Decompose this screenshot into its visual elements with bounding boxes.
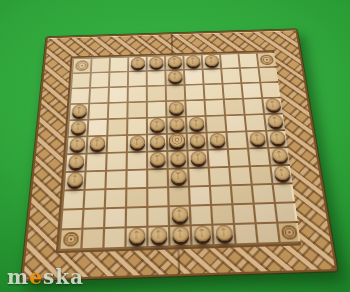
attacker-piece[interactable]: ᛏ [249,131,265,144]
defender-engraving-icon: ᛉ [154,134,160,147]
attacker-engraving-icon: ᛏ [155,227,161,242]
board-cell[interactable] [241,68,259,82]
king-piece[interactable] [169,133,185,147]
attacker-engraving-icon: ᛏ [172,70,177,81]
board-cell[interactable] [128,103,146,118]
board-cell[interactable]: ᛏ [65,172,85,189]
board-cell[interactable]: ᛉ [167,117,185,133]
board-cell[interactable]: ᛏ [148,56,165,70]
board-cell[interactable] [148,102,166,117]
table-felt: ᛏᛏᛏᛏᛏᛏᛏᛉᛏᛏᛉᛉᛉᛏᛏᛏᛉᛉᛉᛉᛏᛏᛏᛉᛉᛉᛏᛏᛉᛏᛏᛏᛏᛏᛏᛏ mes… [0,0,350,292]
board-cell[interactable] [191,206,211,224]
attacker-engraving-icon: ᛏ [153,56,158,67]
board-cell[interactable]: ᛉ [148,152,167,169]
attacker-engraving-icon: ᛏ [74,137,80,150]
defender-engraving-icon: ᛉ [174,117,180,130]
attacker-engraving-icon: ᛏ [172,56,177,67]
attacker-piece[interactable]: ᛏ [150,227,167,243]
board-cell[interactable]: ᛏ [269,148,289,165]
board-cell[interactable] [148,188,167,206]
board-cell[interactable] [148,86,165,101]
board-cell[interactable] [260,68,279,82]
board-cell[interactable] [169,188,189,206]
board-cell[interactable] [109,87,127,102]
defender-piece[interactable]: ᛉ [189,133,205,146]
board-cell[interactable] [129,87,146,102]
board-cell[interactable] [255,204,276,222]
defender-piece[interactable]: ᛉ [190,150,206,164]
board-cell[interactable]: ᛉ [169,169,188,186]
attacker-piece[interactable]: ᛏ [71,104,86,117]
board-cell[interactable] [242,83,261,98]
attacker-piece[interactable]: ᛏ [269,131,286,144]
board-cell[interactable]: ᛏ [247,132,267,148]
board-cell[interactable] [251,167,271,184]
board-cell[interactable] [222,69,240,83]
attacker-piece[interactable]: ᛏ [70,120,86,133]
defender-piece[interactable]: ᛉ [170,151,186,165]
defender-piece[interactable]: ᛉ [170,169,186,183]
attacker-piece[interactable]: ᛏ [130,57,144,68]
board-cell[interactable] [239,54,257,68]
board-cell[interactable] [232,186,253,204]
board-cell[interactable] [91,73,108,87]
defender-piece[interactable]: ᛉ [129,135,144,148]
board-cell[interactable] [276,203,298,221]
board-cell[interactable] [206,100,224,115]
board-cell[interactable] [227,132,246,148]
attacker-piece[interactable]: ᛏ [167,56,181,67]
corner-knot-medallion-icon [75,60,89,71]
board-cell[interactable] [230,167,250,184]
board-cell[interactable] [167,86,185,101]
board-cell[interactable]: ᛏ [166,56,183,70]
watermark-letter: m [7,265,29,289]
board-cell[interactable] [72,73,90,87]
board-cell[interactable]: ᛉ [188,151,207,168]
board-cell[interactable] [225,99,244,114]
board-cell[interactable] [249,149,269,166]
board-cell[interactable] [186,85,204,100]
defender-piece[interactable]: ᛉ [188,116,203,129]
board-cell[interactable]: ᛏ [170,207,190,225]
attacker-engraving-icon: ᛏ [269,98,276,110]
attacker-piece[interactable]: ᛏ [204,54,219,65]
board-cell[interactable] [246,115,265,130]
board-cell[interactable]: ᛏ [271,166,292,183]
attacker-piece[interactable]: ᛏ [89,136,105,149]
board-cell[interactable] [87,154,106,171]
board-cell[interactable] [110,58,127,72]
defender-engraving-icon: ᛉ [154,152,160,165]
board-cell[interactable] [106,190,125,208]
defender-piece[interactable]: ᛉ [169,117,184,130]
attacker-piece[interactable]: ᛏ [267,114,283,127]
attacker-engraving-icon: ᛏ [76,104,82,116]
board-cell[interactable] [253,185,274,203]
defender-piece[interactable]: ᛉ [149,134,164,147]
defender-engraving-icon: ᛉ [173,101,179,113]
board-cell[interactable] [226,116,245,131]
board-cell[interactable] [107,153,126,170]
board-grid: ᛏᛏᛏᛏᛏᛏᛏᛉᛏᛏᛉᛉᛉᛏᛏᛏᛉᛉᛉᛉᛏᛏᛏᛉᛉᛉᛏᛏᛉᛏᛏᛏᛏᛏᛏᛏ [56,50,301,253]
board-cell[interactable] [85,190,105,208]
attacker-piece[interactable]: ᛏ [186,55,200,66]
board-cell[interactable] [89,104,107,119]
board-cell[interactable] [128,119,146,135]
board-cell[interactable] [63,191,83,209]
attacker-engraving-icon: ᛏ [176,206,182,221]
attacker-piece[interactable]: ᛏ [171,206,188,221]
corner-knot-medallion-icon [281,225,298,240]
board-cell[interactable]: ᛉ [188,133,207,149]
board-cell[interactable] [83,229,103,248]
board-cell[interactable] [186,101,204,116]
board-cell[interactable]: ᛏ [170,226,190,245]
board-cell[interactable] [110,72,127,86]
board-cell[interactable]: ᛏ [67,137,86,153]
attacker-engraving-icon: ᛏ [72,172,78,186]
board-cell[interactable] [258,53,276,67]
board-cell[interactable]: ᛏ [184,55,201,69]
board-cell[interactable] [211,186,231,204]
board-cell[interactable]: ᛉ [187,117,206,133]
attacker-engraving-icon: ᛏ [177,226,183,241]
defender-engraving-icon: ᛉ [214,133,220,146]
board-cell[interactable] [108,136,126,152]
corner-knot-medallion-icon [260,55,274,66]
board-cell[interactable]: ᛉ [168,151,187,168]
board-cell[interactable]: ᛏ [192,226,213,245]
attacker-piece[interactable]: ᛏ [172,226,189,242]
board-cell[interactable] [148,207,168,225]
board-cell[interactable] [185,70,203,84]
attacker-piece[interactable]: ᛏ [265,98,281,110]
board-cell[interactable]: ᛏ [203,55,221,69]
board-cell[interactable]: ᛉ [167,101,185,116]
attacker-piece[interactable]: ᛏ [271,148,288,162]
board-cell[interactable] [107,171,126,188]
celtic-knot-frame: ᛏᛏᛏᛏᛏᛏᛏᛉᛏᛏᛉᛉᛉᛏᛏᛏᛉᛉᛉᛉᛏᛏᛏᛉᛉᛉᛏᛏᛉᛏᛏᛏᛏᛏᛏᛏ [21,29,338,281]
attacker-engraving-icon: ᛏ [273,131,280,144]
attacker-engraving-icon: ᛏ [271,114,278,127]
attacker-piece[interactable]: ᛏ [215,225,232,241]
board-cell[interactable] [86,172,105,189]
board-cell[interactable] [128,153,146,170]
board-cell[interactable] [168,134,187,150]
board-cell[interactable] [221,54,239,68]
board-cell[interactable]: ᛏ [267,131,287,147]
attacker-engraving-icon: ᛏ [220,225,227,240]
board-cell[interactable]: ᛏ [129,57,146,71]
attacker-engraving-icon: ᛏ [278,166,285,180]
attacker-engraving-icon: ᛏ [190,55,196,66]
defender-piece[interactable]: ᛉ [209,132,225,145]
board-cell[interactable] [109,103,127,118]
board-cell[interactable] [233,205,254,223]
board-cell[interactable] [129,72,146,86]
board-cell[interactable] [92,58,109,72]
board-cell[interactable] [204,69,222,83]
board-cell[interactable]: ᛏ [148,227,168,246]
defender-engraving-icon: ᛉ [154,118,159,131]
board-cell[interactable]: ᛏ [166,71,183,85]
board-cell[interactable] [223,84,241,99]
hnefatafl-board: ᛏᛏᛏᛏᛏᛏᛏᛉᛏᛏᛉᛉᛉᛏᛏᛏᛉᛉᛉᛉᛏᛏᛏᛉᛉᛉᛏᛏᛉᛏᛏᛏᛏᛏᛏᛏ [21,29,338,281]
watermark: meska [7,265,84,289]
board-cell[interactable] [105,209,125,227]
board-cell[interactable] [90,88,108,103]
attacker-piece[interactable]: ᛏ [149,56,163,67]
defender-engraving-icon: ᛉ [134,135,139,148]
attacker-piece[interactable]: ᛏ [69,137,85,150]
board-cell[interactable] [261,83,280,98]
board-cell[interactable] [71,89,89,104]
attacker-engraving-icon: ᛏ [73,154,79,168]
board-cell[interactable]: ᛉ [148,135,166,151]
board-cell[interactable]: ᛉ [128,135,146,151]
board-cell[interactable] [88,120,106,136]
attacker-engraving-icon: ᛏ [254,131,261,144]
defender-engraving-icon: ᛉ [193,117,199,130]
defender-engraving-icon: ᛉ [195,150,201,163]
board-cell[interactable] [244,99,263,114]
board-cell[interactable] [127,208,146,226]
board-cell[interactable] [257,224,279,243]
board-cell[interactable]: ᛏ [127,228,147,247]
board-cell[interactable] [212,205,233,223]
board-cell[interactable] [278,223,300,242]
board-cell[interactable] [108,119,126,135]
board-cell[interactable]: ᛏ [265,114,285,129]
watermark-letters: ska [43,265,84,289]
defender-engraving-icon: ᛉ [175,169,181,183]
board-cell[interactable] [235,224,256,243]
attacker-piece[interactable]: ᛏ [193,225,210,241]
attacker-engraving-icon: ᛏ [208,55,214,66]
attacker-engraving-icon: ᛏ [135,57,140,68]
board-cell[interactable]: ᛏ [213,225,234,244]
board-cell[interactable]: ᛏ [263,98,282,113]
defender-piece[interactable]: ᛉ [168,101,183,113]
board-cell[interactable] [127,189,146,207]
attacker-engraving-icon: ᛏ [75,120,81,133]
attacker-engraving-icon: ᛏ [94,136,100,149]
board-cell[interactable] [84,209,104,227]
board-cell[interactable] [62,210,82,228]
board-cell[interactable] [127,170,146,187]
board-cell[interactable]: ᛏ [88,137,107,153]
defender-piece[interactable]: ᛉ [149,118,164,131]
board-cell[interactable] [148,170,167,187]
attacker-piece[interactable]: ᛏ [68,154,84,168]
board-cell[interactable] [190,187,210,205]
attacker-engraving-icon: ᛏ [134,227,140,242]
board-cell[interactable] [73,59,90,73]
board-cell[interactable] [207,116,226,132]
attacker-engraving-icon: ᛏ [199,225,206,240]
board-cell[interactable]: ᛏ [69,121,88,137]
board-cell[interactable] [189,168,209,185]
defender-engraving-icon: ᛉ [194,133,200,146]
board-cell[interactable]: ᛏ [66,154,85,171]
board-cell[interactable] [205,85,223,100]
defender-piece[interactable]: ᛉ [150,152,165,166]
board-cell[interactable] [148,71,165,85]
board-cell[interactable]: ᛏ [70,104,88,119]
attacker-engraving-icon: ᛏ [276,148,283,161]
board-cell[interactable] [60,230,81,249]
attacker-piece[interactable]: ᛏ [128,227,144,243]
board-cell[interactable]: ᛉ [148,118,166,134]
attacker-piece[interactable]: ᛏ [168,70,182,82]
board-cell[interactable]: ᛉ [208,133,227,149]
defender-engraving-icon: ᛉ [175,151,181,164]
board-cell[interactable] [274,184,295,202]
board-cell[interactable] [209,150,228,167]
watermark-letter-e: e [29,265,43,289]
attacker-piece[interactable]: ᛏ [67,172,83,186]
corner-knot-medallion-icon [63,232,79,247]
board-cell[interactable] [229,149,249,166]
board-cell[interactable] [105,228,125,247]
attacker-piece[interactable]: ᛏ [273,165,290,179]
board-cell[interactable] [210,168,230,185]
